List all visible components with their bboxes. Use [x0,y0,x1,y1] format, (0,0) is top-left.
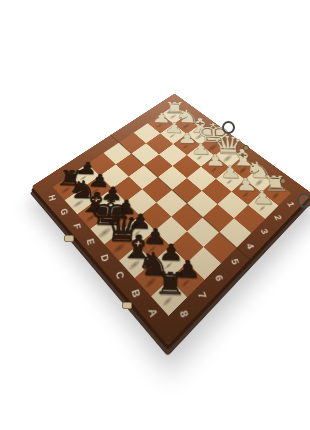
rank-label-4: 4 [238,233,263,259]
rank-label-7: 7 [190,280,216,310]
clasp-ring-icon [222,121,235,134]
brass-pin-icon [280,178,286,184]
product-photo-stage: HGFEDCBA87654321 ♜♟♞♟♝♟♚♟♛♟♝♟♟♞♜♟♟♜♞♟♟♝♟… [0,0,310,430]
clasp-ring-icon [297,193,310,208]
latch-knob-icon [64,235,74,242]
latch-knob-icon [122,302,132,309]
brass-pin-icon [243,145,249,151]
rank-label-3: 3 [253,219,278,243]
chess-board: HGFEDCBA87654321 ♜♟♞♟♝♟♚♟♛♟♝♟♟♞♜♟♟♜♞♟♟♝♟… [32,93,310,345]
rank-label-5: 5 [223,248,249,275]
